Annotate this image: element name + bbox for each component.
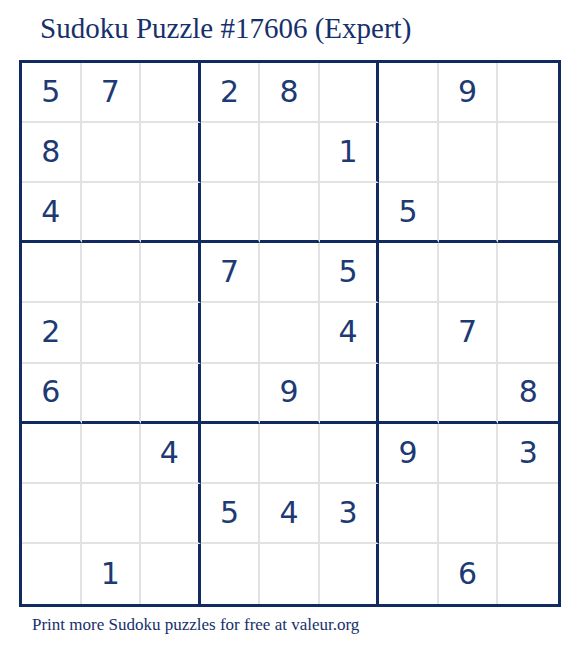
cell-r8c3[interactable]	[141, 484, 201, 544]
cell-r5c3[interactable]	[141, 303, 201, 363]
cell-r5c4[interactable]	[201, 303, 261, 363]
cell-r2c6-given[interactable]: 1	[320, 123, 380, 183]
cell-r3c3[interactable]	[141, 183, 201, 243]
cell-r1c9[interactable]	[498, 63, 558, 123]
page-title: Sudoku Puzzle #17606 (Expert)	[40, 12, 411, 45]
cell-r2c3[interactable]	[141, 123, 201, 183]
cell-r8c8[interactable]	[439, 484, 499, 544]
sudoku-page: Sudoku Puzzle #17606 (Expert) 5728981457…	[0, 0, 580, 651]
cell-r9c4[interactable]	[201, 544, 261, 604]
cell-r6c2[interactable]	[82, 364, 142, 424]
cell-r3c6[interactable]	[320, 183, 380, 243]
cell-r3c1-given[interactable]: 4	[22, 183, 82, 243]
cell-r3c4[interactable]	[201, 183, 261, 243]
cell-r1c7[interactable]	[379, 63, 439, 123]
cell-r3c9[interactable]	[498, 183, 558, 243]
cell-r5c7[interactable]	[379, 303, 439, 363]
cell-r5c6-given[interactable]: 4	[320, 303, 380, 363]
cell-r1c6[interactable]	[320, 63, 380, 123]
cell-r5c1-given[interactable]: 2	[22, 303, 82, 363]
cell-r4c8[interactable]	[439, 243, 499, 303]
cell-r2c8[interactable]	[439, 123, 499, 183]
cell-r4c7[interactable]	[379, 243, 439, 303]
cell-r5c2[interactable]	[82, 303, 142, 363]
sudoku-grid: 5728981457524769849354316	[19, 60, 561, 607]
cell-r2c5[interactable]	[260, 123, 320, 183]
cell-r3c5[interactable]	[260, 183, 320, 243]
cell-r4c9[interactable]	[498, 243, 558, 303]
cell-r8c2[interactable]	[82, 484, 142, 544]
cell-r4c4-given[interactable]: 7	[201, 243, 261, 303]
cell-r7c5[interactable]	[260, 424, 320, 484]
cell-r7c6[interactable]	[320, 424, 380, 484]
cell-r7c2[interactable]	[82, 424, 142, 484]
cell-r7c4[interactable]	[201, 424, 261, 484]
cell-r6c3[interactable]	[141, 364, 201, 424]
cell-r1c8-given[interactable]: 9	[439, 63, 499, 123]
cell-r2c7[interactable]	[379, 123, 439, 183]
cell-r6c1-given[interactable]: 6	[22, 364, 82, 424]
cell-r5c5[interactable]	[260, 303, 320, 363]
cell-r4c2[interactable]	[82, 243, 142, 303]
cell-r6c5-given[interactable]: 9	[260, 364, 320, 424]
cell-r5c8-given[interactable]: 7	[439, 303, 499, 363]
cell-r9c1[interactable]	[22, 544, 82, 604]
cell-r2c1-given[interactable]: 8	[22, 123, 82, 183]
cell-r8c5-given[interactable]: 4	[260, 484, 320, 544]
cell-r9c5[interactable]	[260, 544, 320, 604]
cell-r3c7-given[interactable]: 5	[379, 183, 439, 243]
cell-r7c1[interactable]	[22, 424, 82, 484]
cell-r4c5[interactable]	[260, 243, 320, 303]
cell-r5c9[interactable]	[498, 303, 558, 363]
cell-r2c2[interactable]	[82, 123, 142, 183]
cell-r8c4-given[interactable]: 5	[201, 484, 261, 544]
cell-r9c8-given[interactable]: 6	[439, 544, 499, 604]
cell-r9c2-given[interactable]: 1	[82, 544, 142, 604]
cell-r6c8[interactable]	[439, 364, 499, 424]
cell-r6c4[interactable]	[201, 364, 261, 424]
cell-r8c7[interactable]	[379, 484, 439, 544]
cell-r4c6-given[interactable]: 5	[320, 243, 380, 303]
cell-r8c6-given[interactable]: 3	[320, 484, 380, 544]
cell-r4c1[interactable]	[22, 243, 82, 303]
cell-r2c9[interactable]	[498, 123, 558, 183]
cell-r1c5-given[interactable]: 8	[260, 63, 320, 123]
cell-r9c6[interactable]	[320, 544, 380, 604]
cell-r6c7[interactable]	[379, 364, 439, 424]
cell-r4c3[interactable]	[141, 243, 201, 303]
cell-r7c3-given[interactable]: 4	[141, 424, 201, 484]
cell-r3c8[interactable]	[439, 183, 499, 243]
cell-r7c9-given[interactable]: 3	[498, 424, 558, 484]
cell-r1c3[interactable]	[141, 63, 201, 123]
cell-r6c9-given[interactable]: 8	[498, 364, 558, 424]
cell-r8c9[interactable]	[498, 484, 558, 544]
cell-r3c2[interactable]	[82, 183, 142, 243]
cell-r9c7[interactable]	[379, 544, 439, 604]
cell-r7c7-given[interactable]: 9	[379, 424, 439, 484]
cell-r9c9[interactable]	[498, 544, 558, 604]
cell-r8c1[interactable]	[22, 484, 82, 544]
footer-text: Print more Sudoku puzzles for free at va…	[32, 615, 359, 635]
cell-r1c1-given[interactable]: 5	[22, 63, 82, 123]
cell-r2c4[interactable]	[201, 123, 261, 183]
cell-r6c6[interactable]	[320, 364, 380, 424]
cell-r7c8[interactable]	[439, 424, 499, 484]
cell-r9c3[interactable]	[141, 544, 201, 604]
cell-r1c2-given[interactable]: 7	[82, 63, 142, 123]
cell-r1c4-given[interactable]: 2	[201, 63, 261, 123]
